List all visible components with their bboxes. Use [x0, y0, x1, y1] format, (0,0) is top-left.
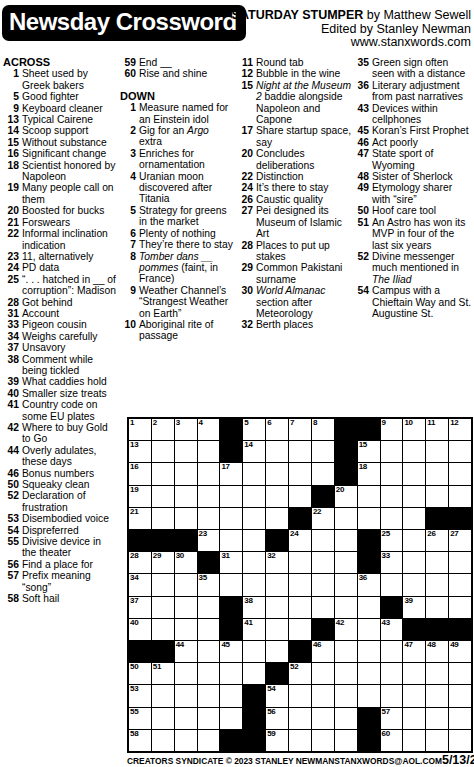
- clue-number: 18: [3, 160, 22, 171]
- clue-number: 46: [353, 137, 372, 148]
- cell-number-46: 46: [313, 640, 321, 649]
- grid-cell-r3c2[interactable]: [152, 463, 174, 484]
- grid-cell-r7c6[interactable]: [243, 552, 265, 573]
- clue-number: 28: [237, 240, 256, 251]
- grid-cell-r1c15[interactable]: 12: [449, 419, 471, 440]
- grid-cell-r8c7[interactable]: [266, 574, 288, 595]
- grid-cell-r4c5[interactable]: [220, 486, 242, 507]
- grid-cell-r4c8[interactable]: [289, 486, 311, 507]
- grid-cell-r7c13[interactable]: [403, 552, 425, 573]
- grid-cell-r1c9[interactable]: 8: [312, 419, 334, 440]
- clue-across-44: 44Overly adulates, these days: [3, 445, 117, 468]
- cell-number-32: 32: [267, 551, 275, 560]
- grid-cell-r3c4[interactable]: [198, 463, 220, 484]
- grid-cell-r9c6[interactable]: 38: [243, 597, 265, 618]
- clue-down-22: 22Distinction: [237, 171, 351, 182]
- grid-cell-r11c12[interactable]: [381, 641, 403, 662]
- grid-cell-r8c14[interactable]: [426, 574, 448, 595]
- grid-cell-r6c14[interactable]: 26: [426, 530, 448, 551]
- grid-cell-r4c1[interactable]: 19: [129, 486, 151, 507]
- black-cell-r10c9: [312, 619, 334, 640]
- grid-cell-r13c9[interactable]: [312, 685, 334, 706]
- clue-text: Night at the Museum 2 baddie alongside N…: [256, 80, 351, 126]
- grid-cell-r12c2[interactable]: 51: [152, 663, 174, 684]
- clue-number: 23: [3, 251, 22, 262]
- grid-cell-r4c13[interactable]: [403, 486, 425, 507]
- clue-down-9: 9Weather Channel’s “Strangest Weather on…: [120, 285, 234, 319]
- grid-cell-r2c13[interactable]: [403, 441, 425, 462]
- grid-cell-r5c4[interactable]: [198, 508, 220, 529]
- grid-cell-r4c14[interactable]: [426, 486, 448, 507]
- grid-cell-r11c5[interactable]: 45: [220, 641, 242, 662]
- grid-cell-r3c7[interactable]: [266, 463, 288, 484]
- grid-cell-r14c5[interactable]: [220, 708, 242, 729]
- grid-cell-r2c12[interactable]: [381, 441, 403, 462]
- grid-cell-r6c6[interactable]: [243, 530, 265, 551]
- grid-cell-r14c10[interactable]: [335, 708, 357, 729]
- grid-cell-r15c7[interactable]: 59: [266, 730, 288, 751]
- grid-cell-r5c2[interactable]: [152, 508, 174, 529]
- grid-cell-r7c12[interactable]: 33: [381, 552, 403, 573]
- grid-cell-r1c8[interactable]: 7: [289, 419, 311, 440]
- clue-number: 22: [237, 171, 256, 182]
- grid-cell-r1c12[interactable]: 9: [381, 419, 403, 440]
- puzzle-website: www.stanxwords.com: [232, 36, 471, 50]
- clue-number: 28: [3, 297, 22, 308]
- grid-cell-r12c13[interactable]: [403, 663, 425, 684]
- cell-number-35: 35: [199, 573, 207, 582]
- cell-number-1: 1: [130, 418, 134, 427]
- clue-text: Bubble in the wine: [256, 68, 351, 79]
- cell-number-9: 9: [382, 418, 386, 427]
- grid-cell-r13c14[interactable]: [426, 685, 448, 706]
- clue-text: Gig for an Argo extra: [139, 125, 234, 148]
- grid-cell-r11c15[interactable]: 49: [449, 641, 471, 662]
- grid-cell-r14c3[interactable]: [175, 708, 197, 729]
- clue-text: Got behind: [22, 297, 117, 308]
- grid-cell-r9c13[interactable]: 39: [403, 597, 425, 618]
- grid-cell-r6c13[interactable]: [403, 530, 425, 551]
- grid-cell-r6c10[interactable]: [335, 530, 357, 551]
- grid-cell-r7c8[interactable]: [289, 552, 311, 573]
- grid-cell-r7c15[interactable]: [449, 552, 471, 573]
- clue-across-50: 50Squeaky clean: [3, 479, 117, 490]
- grid-cell-r15c13[interactable]: [403, 730, 425, 751]
- clue-text: Etymology sharer with “sire”: [372, 182, 472, 205]
- grid-cell-r3c6[interactable]: [243, 463, 265, 484]
- grid-cell-r3c1[interactable]: 16: [129, 463, 151, 484]
- grid-cell-r9c14[interactable]: [426, 597, 448, 618]
- grid-cell-r10c11[interactable]: [358, 619, 380, 640]
- clue-down-35: 35Green sign often seen with a distance: [353, 57, 472, 80]
- grid-cell-r12c9[interactable]: [312, 663, 334, 684]
- grid-cell-r2c14[interactable]: [426, 441, 448, 462]
- cell-number-22: 22: [313, 507, 321, 516]
- grid-cell-r11c4[interactable]: [198, 641, 220, 662]
- grid-cell-r3c8[interactable]: [289, 463, 311, 484]
- clue-number: 56: [3, 559, 22, 570]
- grid-cell-r3c12[interactable]: [381, 463, 403, 484]
- grid-cell-r4c7[interactable]: [266, 486, 288, 507]
- grid-cell-r15c12[interactable]: 60: [381, 730, 403, 751]
- cell-number-29: 29: [153, 551, 161, 560]
- grid-cell-r4c6[interactable]: [243, 486, 265, 507]
- cell-number-36: 36: [359, 573, 367, 582]
- clue-down-1: 1Measure named for an Einstein idol: [120, 102, 234, 125]
- clue-text: Good fighter: [22, 91, 117, 102]
- clue-text: Common Pakistani surname: [256, 262, 351, 285]
- grid-cell-r6c5[interactable]: [220, 530, 242, 551]
- footer: CREATORS SYNDICATE © 2023 STANLEY NEWMAN…: [127, 753, 472, 767]
- grid-cell-r14c13[interactable]: [403, 708, 425, 729]
- clue-text: Share startup space, say: [256, 125, 351, 148]
- clue-text: Find a place for: [22, 559, 117, 570]
- grid-cell-r6c15[interactable]: 27: [449, 530, 471, 551]
- clue-text: Literary adjustment from past narratives: [372, 80, 472, 103]
- clue-text: Dispreferred: [22, 525, 117, 536]
- black-cell-r13c6: [243, 685, 265, 706]
- grid-cell-r10c10[interactable]: 42: [335, 619, 357, 640]
- grid-cell-r11c10[interactable]: [335, 641, 357, 662]
- clue-number: 38: [3, 354, 22, 365]
- grid-cell-r1c7[interactable]: 6: [266, 419, 288, 440]
- black-cell-r6c7: [266, 530, 288, 551]
- grid-cell-r12c3[interactable]: [175, 663, 197, 684]
- grid-cell-r3c3[interactable]: [175, 463, 197, 484]
- grid-cell-r14c9[interactable]: [312, 708, 334, 729]
- grid-cell-r5c10[interactable]: [335, 508, 357, 529]
- clue-number: 10: [120, 319, 139, 330]
- cell-number-60: 60: [382, 729, 390, 738]
- cell-number-42: 42: [336, 618, 344, 627]
- grid-cell-r9c3[interactable]: [175, 597, 197, 618]
- grid-cell-r7c9[interactable]: [312, 552, 334, 573]
- clue-number: 26: [237, 194, 256, 205]
- grid-cell-r2c8[interactable]: [289, 441, 311, 462]
- cell-number-38: 38: [244, 596, 252, 605]
- grid-cell-r8c15[interactable]: [449, 574, 471, 595]
- grid-cell-r6c4[interactable]: 23: [198, 530, 220, 551]
- puzzle-title: SATURDAY STUMPER: [232, 8, 364, 22]
- clue-number: 17: [237, 125, 256, 136]
- grid-cell-r3c15[interactable]: [449, 463, 471, 484]
- grid-cell-r14c7[interactable]: 56: [266, 708, 288, 729]
- grid-cell-r7c3[interactable]: 30: [175, 552, 197, 573]
- grid-cell-r7c2[interactable]: 29: [152, 552, 174, 573]
- clue-text: 11, alternatively: [22, 251, 117, 262]
- grid-cell-r12c8[interactable]: 52: [289, 663, 311, 684]
- grid-cell-r12c11[interactable]: [358, 663, 380, 684]
- clue-number: 57: [3, 570, 22, 581]
- cell-number-53: 53: [130, 684, 138, 693]
- grid-cell-r10c6[interactable]: 41: [243, 619, 265, 640]
- clue-number: 48: [353, 171, 372, 182]
- grid-cell-r13c1[interactable]: 53: [129, 685, 151, 706]
- clue-across-39: 39What caddies hold: [3, 376, 117, 387]
- grid-cell-r8c9[interactable]: [312, 574, 334, 595]
- clue-number: 46: [3, 468, 22, 479]
- grid-cell-r9c4[interactable]: [198, 597, 220, 618]
- clue-text: Koran’s First Prophet: [372, 125, 472, 136]
- grid-cell-r14c1[interactable]: 55: [129, 708, 151, 729]
- grid-cell-r15c10[interactable]: [335, 730, 357, 751]
- clue-text: PD data: [22, 262, 117, 273]
- grid-cell-r5c1[interactable]: 21: [129, 508, 151, 529]
- grid-cell-r10c2[interactable]: [152, 619, 174, 640]
- grid-cell-r10c12[interactable]: 43: [381, 619, 403, 640]
- clue-number: 27: [237, 205, 256, 216]
- grid-cell-r12c14[interactable]: [426, 663, 448, 684]
- grid-cell-r2c15[interactable]: [449, 441, 471, 462]
- grid-cell-r8c8[interactable]: [289, 574, 311, 595]
- grid-cell-r3c9[interactable]: [312, 463, 334, 484]
- black-cell-r11c2: [152, 641, 174, 662]
- grid-cell-r10c1[interactable]: 40: [129, 619, 151, 640]
- clue-text: Sheet used by Greek bakers: [22, 68, 117, 91]
- grid-cell-r4c4[interactable]: [198, 486, 220, 507]
- grid-cell-r3c14[interactable]: [426, 463, 448, 484]
- grid-cell-r6c8[interactable]: 24: [289, 530, 311, 551]
- grid-cell-r8c11[interactable]: 36: [358, 574, 380, 595]
- grid-cell-r2c6[interactable]: 14: [243, 441, 265, 462]
- clue-column-3: 11Round tab12Bubble in the wine15Night a…: [237, 57, 351, 331]
- puzzle-byline: by Matthew Sewell: [363, 8, 471, 22]
- grid-cell-r4c2[interactable]: [152, 486, 174, 507]
- grid-cell-r1c14[interactable]: 11: [426, 419, 448, 440]
- clue-number: 59: [120, 57, 139, 68]
- grid-cell-r1c2[interactable]: 2: [152, 419, 174, 440]
- clue-text: Scoop support: [22, 125, 117, 136]
- clue-column-2: 59End __60Rise and shineDOWN1Measure nam…: [120, 57, 234, 342]
- grid-cell-r4c11[interactable]: [358, 486, 380, 507]
- grid-cell-r7c1[interactable]: 28: [129, 552, 151, 573]
- grid-cell-r15c2[interactable]: [152, 730, 174, 751]
- grid-cell-r9c15[interactable]: [449, 597, 471, 618]
- grid-cell-r14c14[interactable]: [426, 708, 448, 729]
- grid-cell-r8c13[interactable]: [403, 574, 425, 595]
- grid-cell-r2c9[interactable]: [312, 441, 334, 462]
- grid-cell-r7c10[interactable]: [335, 552, 357, 573]
- cell-number-27: 27: [450, 529, 458, 538]
- grid-cell-r9c1[interactable]: 37: [129, 597, 151, 618]
- grid-cell-r9c9[interactable]: [312, 597, 334, 618]
- clue-down-28: 28Places to put up stakes: [237, 240, 351, 263]
- grid-cell-r11c11[interactable]: [358, 641, 380, 662]
- cell-number-25: 25: [382, 529, 390, 538]
- clue-text: Distinction: [256, 171, 351, 182]
- grid-cell-r1c1[interactable]: 1: [129, 419, 151, 440]
- grid-cell-r8c5[interactable]: [220, 574, 242, 595]
- grid-cell-r2c2[interactable]: [152, 441, 174, 462]
- grid-cell-r9c11[interactable]: [358, 597, 380, 618]
- black-cell-r9c5: [220, 597, 242, 618]
- grid-cell-r15c8[interactable]: [289, 730, 311, 751]
- clue-across-38: 38Comment while being tickled: [3, 354, 117, 377]
- clue-across-59: 59End __: [120, 57, 234, 68]
- grid-cell-r7c5[interactable]: 31: [220, 552, 242, 573]
- grid-cell-r8c10[interactable]: [335, 574, 357, 595]
- clue-number: 55: [3, 536, 22, 547]
- grid-cell-r15c14[interactable]: [426, 730, 448, 751]
- grid-cell-r15c15[interactable]: [449, 730, 471, 751]
- clue-across-18: 18Scientist honored by Napoleon: [3, 160, 117, 183]
- cell-number-55: 55: [130, 707, 138, 716]
- grid-cell-r10c8[interactable]: [289, 619, 311, 640]
- grid-cell-r15c9[interactable]: [312, 730, 334, 751]
- clue-across-55: 55Divisive device in the theater: [3, 536, 117, 559]
- clue-text: Many people call on them: [22, 182, 117, 205]
- grid-cell-r12c1[interactable]: 50: [129, 663, 151, 684]
- grid-cell-r2c7[interactable]: [266, 441, 288, 462]
- clue-number: 29: [237, 262, 256, 273]
- grid-cell-r4c3[interactable]: [175, 486, 197, 507]
- grid-cell-r5c3[interactable]: [175, 508, 197, 529]
- grid-cell-r2c11[interactable]: 15: [358, 441, 380, 462]
- grid-cell-r8c1[interactable]: 34: [129, 574, 151, 595]
- grid-cell-r11c6[interactable]: [243, 641, 265, 662]
- clue-number: 5: [120, 205, 139, 216]
- grid-cell-r13c8[interactable]: [289, 685, 311, 706]
- black-cell-r10c5: [220, 619, 242, 640]
- grid-cell-r13c13[interactable]: [403, 685, 425, 706]
- grid-cell-r10c7[interactable]: [266, 619, 288, 640]
- grid-cell-r1c13[interactable]: 10: [403, 419, 425, 440]
- grid-cell-r11c13[interactable]: 47: [403, 641, 425, 662]
- grid-cell-r1c6[interactable]: 5: [243, 419, 265, 440]
- cell-number-51: 51: [153, 662, 161, 671]
- black-cell-r3c10: [335, 463, 357, 484]
- grid-cell-r10c3[interactable]: [175, 619, 197, 640]
- cell-number-56: 56: [267, 707, 275, 716]
- grid-cell-r12c10[interactable]: [335, 663, 357, 684]
- grid-cell-r8c2[interactable]: [152, 574, 174, 595]
- grid-cell-r11c14[interactable]: 48: [426, 641, 448, 662]
- grid-cell-r2c4[interactable]: [198, 441, 220, 462]
- cell-number-50: 50: [130, 662, 138, 671]
- grid-cell-r14c15[interactable]: [449, 708, 471, 729]
- clue-down-6: 6Plenty of nothing: [120, 228, 234, 239]
- grid-cell-r13c12[interactable]: [381, 685, 403, 706]
- black-cell-r5c8: [289, 508, 311, 529]
- clue-number: 53: [3, 513, 22, 524]
- grid-cell-r7c14[interactable]: [426, 552, 448, 573]
- clue-down-43: 43Devices within cellphones: [353, 103, 472, 126]
- cell-number-52: 52: [290, 662, 298, 671]
- clue-across-31: 31Account: [3, 308, 117, 319]
- clue-text: Scientist honored by Napoleon: [22, 160, 117, 183]
- grid-cell-r13c15[interactable]: [449, 685, 471, 706]
- grid-cell-r12c5[interactable]: [220, 663, 242, 684]
- grid-cell-r9c2[interactable]: [152, 597, 174, 618]
- grid-cell-r6c12[interactable]: 25: [381, 530, 403, 551]
- grid-cell-r5c11[interactable]: [358, 508, 380, 529]
- grid-cell-r14c2[interactable]: [152, 708, 174, 729]
- grid-cell-r12c15[interactable]: [449, 663, 471, 684]
- clue-down-7: 7They’re there to stay: [120, 239, 234, 250]
- grid-cell-r14c12[interactable]: 57: [381, 708, 403, 729]
- grid-cell-r4c10[interactable]: 20: [335, 486, 357, 507]
- clue-number: 30: [237, 285, 256, 296]
- grid-cell-r9c7[interactable]: [266, 597, 288, 618]
- grid-cell-r13c11[interactable]: [358, 685, 380, 706]
- grid-cell-r14c8[interactable]: [289, 708, 311, 729]
- grid-cell-r8c6[interactable]: [243, 574, 265, 595]
- grid-cell-r2c1[interactable]: 13: [129, 441, 151, 462]
- grid-cell-r1c3[interactable]: 3: [175, 419, 197, 440]
- cell-number-23: 23: [199, 529, 207, 538]
- cell-number-48: 48: [427, 640, 435, 649]
- grid-cell-r14c4[interactable]: [198, 708, 220, 729]
- cell-number-59: 59: [267, 729, 275, 738]
- grid-cell-r4c15[interactable]: [449, 486, 471, 507]
- grid-cell-r5c6[interactable]: [243, 508, 265, 529]
- grid-cell-r10c4[interactable]: [198, 619, 220, 640]
- clue-text: Concludes deliberations: [256, 148, 351, 171]
- clue-text: Informal inclination indication: [22, 228, 117, 251]
- clue-text: Declaration of frustration: [22, 490, 117, 513]
- clue-text: Unsavory: [22, 342, 117, 353]
- clue-number: 9: [3, 103, 22, 114]
- grid-cell-r8c4[interactable]: 35: [198, 574, 220, 595]
- grid-cell-r12c4[interactable]: [198, 663, 220, 684]
- grid-cell-r3c11[interactable]: 18: [358, 463, 380, 484]
- cell-number-40: 40: [130, 618, 138, 627]
- grid-cell-r13c10[interactable]: [335, 685, 357, 706]
- grid-cell-r11c3[interactable]: 44: [175, 641, 197, 662]
- grid-cell-r5c12[interactable]: [381, 508, 403, 529]
- grid-cell-r13c2[interactable]: [152, 685, 174, 706]
- grid-cell-r15c3[interactable]: [175, 730, 197, 751]
- grid-cell-r5c5[interactable]: [220, 508, 242, 529]
- grid-cell-r13c4[interactable]: [198, 685, 220, 706]
- clue-number: 42: [3, 422, 22, 433]
- grid-cell-r7c7[interactable]: 32: [266, 552, 288, 573]
- grid-cell-r5c13[interactable]: [403, 508, 425, 529]
- grid-cell-r8c3[interactable]: [175, 574, 197, 595]
- grid-cell-r3c13[interactable]: [403, 463, 425, 484]
- clue-text: It’s there to stay: [256, 182, 351, 193]
- cell-number-44: 44: [176, 640, 184, 649]
- cell-number-18: 18: [359, 462, 367, 471]
- grid-cell-r15c4[interactable]: [198, 730, 220, 751]
- clue-down-36: 36Literary adjustment from past narrativ…: [353, 80, 472, 103]
- grid-cell-r6c9[interactable]: [312, 530, 334, 551]
- grid-cell-r1c4[interactable]: 4: [198, 419, 220, 440]
- grid-cell-r15c1[interactable]: 58: [129, 730, 151, 751]
- clue-text: Places to put up stakes: [256, 240, 351, 263]
- cell-number-47: 47: [404, 640, 412, 649]
- grid-cell-r9c8[interactable]: [289, 597, 311, 618]
- grid-cell-r4c12[interactable]: [381, 486, 403, 507]
- grid-cell-r5c7[interactable]: [266, 508, 288, 529]
- grid-cell-r11c7[interactable]: [266, 641, 288, 662]
- grid-cell-r13c3[interactable]: [175, 685, 197, 706]
- clue-number: 34: [3, 331, 22, 342]
- grid-cell-r3c5[interactable]: 17: [220, 463, 242, 484]
- grid-cell-r13c5[interactable]: [220, 685, 242, 706]
- grid-cell-r12c12[interactable]: [381, 663, 403, 684]
- cell-number-13: 13: [130, 440, 138, 449]
- grid-cell-r9c10[interactable]: [335, 597, 357, 618]
- grid-cell-r13c7[interactable]: 54: [266, 685, 288, 706]
- clue-number: 45: [353, 125, 372, 136]
- grid-cell-r8c12[interactable]: [381, 574, 403, 595]
- grid-cell-r12c6[interactable]: [243, 663, 265, 684]
- grid-cell-r11c9[interactable]: 46: [312, 641, 334, 662]
- clue-number: 11: [237, 57, 256, 68]
- grid-cell-r5c9[interactable]: 22: [312, 508, 334, 529]
- grid-cell-r2c3[interactable]: [175, 441, 197, 462]
